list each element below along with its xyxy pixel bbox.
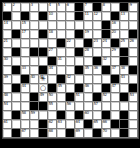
cell-r0c9[interactable]: 7: [84, 3, 92, 11]
black-cell-r3c4: [39, 30, 47, 38]
clue-number: 43: [121, 75, 125, 79]
black-cell-r13c12: [111, 120, 119, 128]
clue-number: 22: [67, 39, 71, 43]
cell-r8c5[interactable]: [48, 75, 56, 83]
cell-r12c12[interactable]: [111, 111, 119, 119]
cell-r2c7[interactable]: [66, 21, 74, 29]
black-cell-r1c12: [111, 12, 119, 20]
black-cell-r14c4: [39, 129, 47, 137]
cell-r4c8[interactable]: [75, 39, 83, 47]
cell-r3c5[interactable]: 18: [48, 30, 56, 38]
cell-r0c3[interactable]: 3: [30, 3, 38, 11]
clue-number: 16: [112, 21, 116, 25]
clue-number: 29: [112, 48, 116, 52]
cell-r4c11[interactable]: 24: [102, 39, 110, 47]
clue-number: 46: [85, 84, 89, 88]
black-cell-r1c2: [21, 12, 29, 20]
cell-r2c4[interactable]: [39, 21, 47, 29]
clue-number: 36: [94, 66, 98, 70]
clue-number: 68: [49, 129, 53, 133]
cell-r5c7[interactable]: [66, 48, 74, 56]
cell-r4c4[interactable]: [39, 39, 47, 47]
clue-number: 57: [94, 102, 98, 106]
cell-r1c3[interactable]: [30, 12, 38, 20]
cell-r7c0[interactable]: [3, 66, 11, 74]
clue-number: 58: [22, 111, 26, 115]
black-cell-r12c13: [120, 111, 128, 119]
cell-r9c10[interactable]: [93, 84, 101, 92]
clue-number: 35: [85, 66, 89, 70]
clue-number: 62: [49, 120, 53, 124]
cell-r4c2[interactable]: [21, 39, 29, 47]
clue-number: 38: [121, 66, 125, 70]
cell-r6c9[interactable]: [84, 57, 92, 65]
cell-r7c5[interactable]: 34: [48, 66, 56, 74]
cell-r6c2[interactable]: [21, 57, 29, 65]
cell-r6c6[interactable]: 31: [57, 57, 65, 65]
clue-number: 39: [4, 75, 8, 79]
black-cell-r12c1: [12, 111, 20, 119]
cell-r1c5[interactable]: 10: [48, 12, 56, 20]
cell-r2c2[interactable]: 15: [21, 21, 29, 29]
black-cell-r3c8: [75, 30, 83, 38]
cell-r1c14[interactable]: [129, 12, 137, 20]
clue-number: 66: [103, 120, 107, 124]
cell-r11c14[interactable]: [129, 102, 137, 110]
clue-number: 9: [130, 3, 132, 7]
clue-number: 24: [103, 39, 107, 43]
cell-r12c14[interactable]: [129, 111, 137, 119]
cell-r12c4[interactable]: [39, 111, 47, 119]
cell-r12c10[interactable]: [93, 111, 101, 119]
cell-r6c8[interactable]: [75, 57, 83, 65]
clue-number: 26: [130, 39, 134, 43]
clue-number: 34: [49, 66, 53, 70]
cell-r1c9[interactable]: 11: [84, 12, 92, 20]
clue-number: 48: [4, 93, 8, 97]
black-cell-r13c4: [39, 120, 47, 128]
black-cell-r7c1: [12, 66, 20, 74]
black-cell-r5c1: [12, 48, 20, 56]
cell-r5c10[interactable]: [93, 48, 101, 56]
cell-r4c3[interactable]: [30, 39, 38, 47]
cell-r2c13[interactable]: [120, 21, 128, 29]
black-cell-r9c11: [102, 84, 110, 92]
black-cell-r8c6: [57, 75, 65, 83]
cell-r13c6[interactable]: 63: [57, 120, 65, 128]
cell-r7c6[interactable]: [57, 66, 65, 74]
clue-number: 55: [49, 102, 53, 106]
cell-r2c6[interactable]: [57, 21, 65, 29]
cell-r8c0[interactable]: 39: [3, 75, 11, 83]
clue-number: 65: [94, 120, 98, 124]
clue-number: 28: [85, 48, 89, 52]
clue-number: 32: [103, 57, 107, 61]
cell-r5c6[interactable]: [57, 48, 65, 56]
black-cell-r3c1: [12, 30, 20, 38]
cell-r6c0[interactable]: 30: [3, 57, 11, 65]
cell-r14c5[interactable]: 68: [48, 129, 56, 137]
clue-number: 53: [130, 93, 134, 97]
black-cell-r5c4: [39, 48, 47, 56]
cell-r1c7[interactable]: [66, 12, 74, 20]
cell-r12c3[interactable]: 59: [30, 111, 38, 119]
cell-r13c0[interactable]: 61: [3, 120, 11, 128]
clue-number: 23: [94, 39, 98, 43]
cell-r2c0[interactable]: 14: [3, 21, 11, 29]
cell-r7c7[interactable]: [66, 66, 74, 74]
clue-number: 63: [58, 120, 62, 124]
cell-r3c0[interactable]: [3, 30, 11, 38]
cell-r12c9[interactable]: 60: [84, 111, 92, 119]
cell-r10c4[interactable]: 49: [39, 93, 47, 101]
clue-number: 45: [58, 84, 62, 88]
cell-r11c9[interactable]: [84, 102, 92, 110]
black-cell-r5c3: [30, 48, 38, 56]
black-cell-r7c8: [75, 66, 83, 74]
cell-r8c13[interactable]: 43: [120, 75, 128, 83]
cell-r12c5[interactable]: [48, 111, 56, 119]
clue-number: 47: [112, 84, 116, 88]
cell-r3c3[interactable]: [30, 30, 38, 38]
black-cell-r6c10: [93, 57, 101, 65]
clue-number: 52: [103, 93, 107, 97]
cell-r14c9[interactable]: [84, 129, 92, 137]
clue-number: 8: [103, 3, 105, 7]
clue-number: 59: [31, 111, 35, 115]
cell-r9c3[interactable]: [30, 84, 38, 92]
black-cell-r8c12: [111, 75, 119, 83]
clue-number: 3: [31, 3, 33, 7]
black-cell-r9c8: [75, 84, 83, 92]
clue-number: 37: [112, 66, 116, 70]
cell-r6c11[interactable]: 32: [102, 57, 110, 65]
cell-r11c6[interactable]: [57, 102, 65, 110]
cell-r8c1[interactable]: [12, 75, 20, 83]
cell-r6c4[interactable]: [39, 57, 47, 65]
clue-number: 11: [85, 12, 89, 16]
crossword-board: 1234567891011121314151617181920212223242…: [0, 0, 140, 148]
cell-r6c14[interactable]: [129, 57, 137, 65]
cell-r3c13[interactable]: [120, 30, 128, 38]
cell-r4c10[interactable]: 23: [93, 39, 101, 47]
cell-r14c12[interactable]: [111, 129, 119, 137]
cell-r12c2[interactable]: 58: [21, 111, 29, 119]
cell-r3c10[interactable]: [93, 30, 101, 38]
cell-r0c1[interactable]: 2: [12, 3, 20, 11]
clue-number: 44: [22, 84, 26, 88]
cell-r8c9[interactable]: [84, 75, 92, 83]
cell-r11c2[interactable]: [21, 102, 29, 110]
clue-number: 40: [31, 75, 35, 79]
cell-r4c13[interactable]: 25: [120, 39, 128, 47]
cell-r7c2[interactable]: 33: [21, 66, 29, 74]
clue-number: 54: [4, 102, 8, 106]
clue-number: 61: [4, 120, 8, 124]
black-cell-r11c3: [30, 102, 38, 110]
cell-r6c7[interactable]: [66, 57, 74, 65]
cell-r1c13[interactable]: 13: [120, 12, 128, 20]
black-cell-r10c7: [66, 93, 74, 101]
cell-r0c4[interactable]: [39, 3, 47, 11]
cell-r13c10[interactable]: 65: [93, 120, 101, 128]
cell-r9c12[interactable]: 47: [111, 84, 119, 92]
cell-r3c2[interactable]: 17: [21, 30, 29, 38]
black-cell-r12c11: [102, 111, 110, 119]
clue-number: 51: [76, 93, 80, 97]
black-cell-r7c4: [39, 66, 47, 74]
cell-r14c2[interactable]: 67: [21, 129, 29, 137]
black-cell-r4c9: [84, 39, 92, 47]
black-cell-r1c4: [39, 12, 47, 20]
cell-r9c13[interactable]: [120, 84, 128, 92]
black-cell-r9c1: [12, 84, 20, 92]
cell-r10c14[interactable]: 53: [129, 93, 137, 101]
cell-r0c12[interactable]: [111, 3, 119, 11]
cell-r5c11[interactable]: [102, 48, 110, 56]
clue-number: 15: [22, 21, 26, 25]
black-cell-r6c5: [48, 57, 56, 65]
cell-r0c7[interactable]: 6: [66, 3, 74, 11]
cell-r14c3[interactable]: [30, 129, 38, 137]
black-cell-r0c10: [93, 3, 101, 11]
cell-r4c14[interactable]: 26: [129, 39, 137, 47]
cell-r1c11[interactable]: [102, 12, 110, 20]
cell-r14c0[interactable]: [3, 129, 11, 137]
cell-r11c13[interactable]: [120, 102, 128, 110]
clue-number: 10: [49, 12, 53, 16]
cell-r6c12[interactable]: [111, 57, 119, 65]
cell-r0c11[interactable]: 8: [102, 3, 110, 11]
black-cell-r4c6: [57, 39, 65, 47]
crossword-grid: 1234567891011121314151617181920212223242…: [2, 2, 139, 139]
cell-r2c8[interactable]: [75, 21, 83, 29]
cell-r1c1[interactable]: [12, 12, 20, 20]
cell-r11c8[interactable]: [75, 102, 83, 110]
cell-r5c5[interactable]: 27: [48, 48, 56, 56]
cell-r12c7[interactable]: [66, 111, 74, 119]
black-cell-r11c4: [39, 102, 47, 110]
clue-number: 27: [49, 48, 53, 52]
black-cell-r13c9: [84, 120, 92, 128]
black-cell-r3c11: [102, 30, 110, 38]
cell-r4c5[interactable]: [48, 39, 56, 47]
cell-r7c9[interactable]: 35: [84, 66, 92, 74]
cell-r11c10[interactable]: 57: [93, 102, 101, 110]
cell-r0c14[interactable]: 9: [129, 3, 137, 11]
cell-r13c14[interactable]: [129, 120, 137, 128]
cell-r8c8[interactable]: [75, 75, 83, 83]
black-cell-r5c13: [120, 48, 128, 56]
cell-r3c6[interactable]: [57, 30, 65, 38]
cell-r9c7[interactable]: [66, 84, 74, 92]
clue-number: 2: [13, 3, 15, 7]
clue-number: 13: [121, 12, 125, 16]
cell-r5c12[interactable]: 29: [111, 48, 119, 56]
black-cell-r0c8: [75, 3, 83, 11]
cell-r5c2[interactable]: [21, 48, 29, 56]
cell-r13c5[interactable]: 62: [48, 120, 56, 128]
cell-r9c4[interactable]: ○: [39, 84, 47, 92]
cell-r8c3[interactable]: 40: [30, 75, 38, 83]
clue-number: 67: [22, 129, 26, 133]
cell-r13c8[interactable]: 64: [75, 120, 83, 128]
black-cell-r10c10: [93, 93, 101, 101]
cell-r11c12[interactable]: [111, 102, 119, 110]
clue-number: 17: [22, 30, 26, 34]
clue-number: 60: [85, 111, 89, 115]
star-icon: ✳: [39, 75, 47, 83]
cell-r13c7[interactable]: [66, 120, 74, 128]
cell-r4c0[interactable]: 21: [3, 39, 11, 47]
black-cell-r6c13: [120, 57, 128, 65]
cell-r11c7[interactable]: 56: [66, 102, 74, 110]
clue-number: 20: [112, 30, 116, 34]
cell-r3c12[interactable]: 20: [111, 30, 119, 38]
cell-r2c9[interactable]: [84, 21, 92, 29]
cell-r8c10[interactable]: [93, 75, 101, 83]
cell-r11c5[interactable]: 55: [48, 102, 56, 110]
clue-number: 19: [85, 30, 89, 34]
cell-r11c11[interactable]: [102, 102, 110, 110]
black-cell-r12c8: [75, 111, 83, 119]
clue-number: 31: [58, 57, 62, 61]
cell-r2c10[interactable]: [93, 21, 101, 29]
cell-r10c1[interactable]: [12, 93, 20, 101]
cell-r7c13[interactable]: 38: [120, 66, 128, 74]
clue-number: 14: [4, 21, 8, 25]
cell-r10c0[interactable]: 48: [3, 93, 11, 101]
black-cell-r1c8: [75, 12, 83, 20]
black-cell-r1c0: [3, 12, 11, 20]
cell-r7c12[interactable]: 37: [111, 66, 119, 74]
clue-number: 1: [4, 3, 6, 7]
black-cell-r14c10: [93, 129, 101, 137]
cell-r13c11[interactable]: 66: [102, 120, 110, 128]
clue-number: 4: [49, 3, 51, 7]
cell-r0c6[interactable]: 5: [57, 3, 65, 11]
cell-r9c0[interactable]: [3, 84, 11, 92]
cell-r0c0[interactable]: 1: [3, 3, 11, 11]
clue-number: 50: [49, 93, 53, 97]
cell-r2c3[interactable]: [30, 21, 38, 29]
cell-r12c0[interactable]: [3, 111, 11, 119]
cell-r1c10[interactable]: 12: [93, 12, 101, 20]
cell-r10c9[interactable]: [84, 93, 92, 101]
cell-r10c12[interactable]: [111, 93, 119, 101]
black-cell-r10c13: [120, 93, 128, 101]
cell-r6c3[interactable]: [30, 57, 38, 65]
cell-r1c6[interactable]: [57, 12, 65, 20]
cell-r5c0[interactable]: [3, 48, 11, 56]
cell-r7c10[interactable]: 36: [93, 66, 101, 74]
black-cell-r0c13: [120, 3, 128, 11]
clue-number: 6: [67, 3, 69, 7]
clue-number: 64: [76, 120, 80, 124]
black-cell-r7c14: [129, 66, 137, 74]
clue-number: 42: [67, 75, 71, 79]
black-cell-r9c14: [129, 84, 137, 92]
cell-r3c7[interactable]: [66, 30, 74, 38]
clue-number: 70: [103, 129, 107, 133]
black-cell-r14c1: [12, 129, 20, 137]
cell-r14c6[interactable]: [57, 129, 65, 137]
cell-r2c14[interactable]: [129, 21, 137, 29]
clue-number: 56: [67, 102, 71, 106]
cell-r8c7[interactable]: 42: [66, 75, 74, 83]
cell-r11c0[interactable]: 54: [3, 102, 11, 110]
cell-r8c4[interactable]: 41✳: [39, 75, 47, 83]
black-cell-r7c11: [102, 66, 110, 74]
clue-number: 49: [40, 93, 44, 97]
black-cell-r3c14: [129, 30, 137, 38]
clue-number: 69: [76, 129, 80, 133]
clue-number: 12: [94, 12, 98, 16]
cell-r14c8[interactable]: 69: [75, 129, 83, 137]
black-cell-r13c13: [120, 120, 128, 128]
cell-r9c9[interactable]: 46: [84, 84, 92, 92]
cell-r13c2[interactable]: [21, 120, 29, 128]
black-cell-r4c12: [111, 39, 119, 47]
clue-number: 7: [85, 3, 87, 7]
cell-r13c1[interactable]: [12, 120, 20, 128]
cell-r8c11[interactable]: [102, 75, 110, 83]
black-cell-r14c7: [66, 129, 74, 137]
cell-r4c1[interactable]: [12, 39, 20, 47]
clue-number: 5: [58, 3, 60, 7]
cell-r14c14[interactable]: [129, 129, 137, 137]
cell-r10c11[interactable]: 52: [102, 93, 110, 101]
cell-r5c14[interactable]: [129, 48, 137, 56]
cell-r11c1[interactable]: [12, 102, 20, 110]
black-cell-r12c6: [57, 111, 65, 119]
clue-number: 18: [49, 30, 53, 34]
cell-r3c9[interactable]: 19: [84, 30, 92, 38]
cell-r2c1[interactable]: [12, 21, 20, 29]
cell-r10c2[interactable]: [21, 93, 29, 101]
black-cell-r2c11: [102, 21, 110, 29]
cell-r10c5[interactable]: 50: [48, 93, 56, 101]
cell-r5c9[interactable]: 28: [84, 48, 92, 56]
cell-r0c5[interactable]: 4: [48, 3, 56, 11]
black-cell-r5c8: [75, 48, 83, 56]
cell-r6c1[interactable]: [12, 57, 20, 65]
cell-r9c6[interactable]: 45: [57, 84, 65, 92]
clue-number: 33: [22, 66, 26, 70]
cell-r2c5[interactable]: [48, 21, 56, 29]
cell-r9c2[interactable]: 44: [21, 84, 29, 92]
cell-r4c7[interactable]: 22: [66, 39, 74, 47]
black-cell-r14c13: [120, 129, 128, 137]
cell-r8c14[interactable]: [129, 75, 137, 83]
cell-r2c12[interactable]: 16: [111, 21, 119, 29]
cell-r10c8[interactable]: 51: [75, 93, 83, 101]
clue-number: 30: [4, 57, 8, 61]
cell-r7c3[interactable]: [30, 66, 38, 74]
clue-number: 21: [4, 39, 8, 43]
cell-r0c2[interactable]: [21, 3, 29, 11]
cell-r13c3[interactable]: [30, 120, 38, 128]
black-cell-r8c2: [21, 75, 29, 83]
black-cell-r9c5: [48, 84, 56, 92]
cell-r14c11[interactable]: 70: [102, 129, 110, 137]
circle-icon: ○: [39, 84, 47, 92]
black-cell-r10c3: [30, 93, 38, 101]
clue-number: 25: [121, 39, 125, 43]
cell-r10c6[interactable]: [57, 93, 65, 101]
